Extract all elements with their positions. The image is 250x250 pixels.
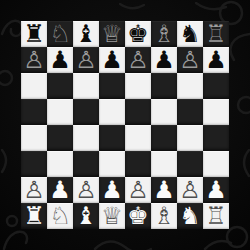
black-rook[interactable]: ♖ xyxy=(205,21,227,47)
square-f7[interactable]: ♟ xyxy=(151,47,177,73)
black-knight[interactable]: ♞ xyxy=(179,21,201,47)
square-h5[interactable] xyxy=(203,99,229,125)
square-h8[interactable]: ♖ xyxy=(203,21,229,47)
chess-board: ♜♘♝♕♚♗♞♖♙♟♙♟♙♟♙♟♙♟♙♟♙♟♙♟♜♘♝♕♚♗♞♖ xyxy=(21,21,229,229)
square-f3[interactable] xyxy=(151,151,177,177)
white-knight[interactable]: ♞ xyxy=(179,203,201,229)
square-f1[interactable]: ♗ xyxy=(151,203,177,229)
white-pawn[interactable]: ♙ xyxy=(23,177,45,203)
square-a3[interactable] xyxy=(21,151,47,177)
square-f8[interactable]: ♗ xyxy=(151,21,177,47)
square-b2[interactable]: ♟ xyxy=(47,177,73,203)
square-c8[interactable]: ♝ xyxy=(73,21,99,47)
square-d2[interactable]: ♟ xyxy=(99,177,125,203)
square-c6[interactable] xyxy=(73,73,99,99)
square-a2[interactable]: ♙ xyxy=(21,177,47,203)
square-a6[interactable] xyxy=(21,73,47,99)
square-b8[interactable]: ♘ xyxy=(47,21,73,47)
square-g1[interactable]: ♞ xyxy=(177,203,203,229)
white-bishop[interactable]: ♝ xyxy=(75,203,97,229)
square-e4[interactable] xyxy=(125,125,151,151)
square-f5[interactable] xyxy=(151,99,177,125)
square-a5[interactable] xyxy=(21,99,47,125)
square-b4[interactable] xyxy=(47,125,73,151)
square-d4[interactable] xyxy=(99,125,125,151)
square-e6[interactable] xyxy=(125,73,151,99)
square-g6[interactable] xyxy=(177,73,203,99)
black-knight[interactable]: ♘ xyxy=(49,21,71,47)
black-queen[interactable]: ♕ xyxy=(101,21,123,47)
square-g7[interactable]: ♙ xyxy=(177,47,203,73)
black-pawn[interactable]: ♟ xyxy=(49,47,71,73)
square-a7[interactable]: ♙ xyxy=(21,47,47,73)
square-d3[interactable] xyxy=(99,151,125,177)
square-e8[interactable]: ♚ xyxy=(125,21,151,47)
black-pawn[interactable]: ♟ xyxy=(101,47,123,73)
square-a8[interactable]: ♜ xyxy=(21,21,47,47)
chess-scene: ♜♘♝♕♚♗♞♖♙♟♙♟♙♟♙♟♙♟♙♟♙♟♙♟♜♘♝♕♚♗♞♖ xyxy=(0,0,250,250)
square-g3[interactable] xyxy=(177,151,203,177)
square-f6[interactable] xyxy=(151,73,177,99)
white-pawn[interactable]: ♟ xyxy=(101,177,123,203)
black-king[interactable]: ♚ xyxy=(127,21,149,47)
square-b7[interactable]: ♟ xyxy=(47,47,73,73)
white-rook[interactable]: ♖ xyxy=(205,203,227,229)
square-h7[interactable]: ♟ xyxy=(203,47,229,73)
black-pawn[interactable]: ♟ xyxy=(205,47,227,73)
square-d6[interactable] xyxy=(99,73,125,99)
black-bishop[interactable]: ♗ xyxy=(153,21,175,47)
square-d7[interactable]: ♟ xyxy=(99,47,125,73)
square-d1[interactable]: ♕ xyxy=(99,203,125,229)
square-a1[interactable]: ♜ xyxy=(21,203,47,229)
square-g4[interactable] xyxy=(177,125,203,151)
square-f4[interactable] xyxy=(151,125,177,151)
square-h6[interactable] xyxy=(203,73,229,99)
square-c4[interactable] xyxy=(73,125,99,151)
black-pawn[interactable]: ♙ xyxy=(23,47,45,73)
white-pawn[interactable]: ♙ xyxy=(179,177,201,203)
square-b6[interactable] xyxy=(47,73,73,99)
square-g8[interactable]: ♞ xyxy=(177,21,203,47)
white-pawn[interactable]: ♙ xyxy=(127,177,149,203)
white-rook[interactable]: ♜ xyxy=(23,203,45,229)
white-knight[interactable]: ♘ xyxy=(49,203,71,229)
black-pawn[interactable]: ♙ xyxy=(179,47,201,73)
square-d8[interactable]: ♕ xyxy=(99,21,125,47)
white-pawn[interactable]: ♙ xyxy=(75,177,97,203)
square-h2[interactable]: ♟ xyxy=(203,177,229,203)
square-e5[interactable] xyxy=(125,99,151,125)
square-b3[interactable] xyxy=(47,151,73,177)
square-g2[interactable]: ♙ xyxy=(177,177,203,203)
square-h1[interactable]: ♖ xyxy=(203,203,229,229)
square-a4[interactable] xyxy=(21,125,47,151)
square-c3[interactable] xyxy=(73,151,99,177)
white-bishop[interactable]: ♗ xyxy=(153,203,175,229)
square-e2[interactable]: ♙ xyxy=(125,177,151,203)
square-d5[interactable] xyxy=(99,99,125,125)
square-c1[interactable]: ♝ xyxy=(73,203,99,229)
square-h4[interactable] xyxy=(203,125,229,151)
black-pawn[interactable]: ♙ xyxy=(127,47,149,73)
square-b5[interactable] xyxy=(47,99,73,125)
square-b1[interactable]: ♘ xyxy=(47,203,73,229)
black-pawn[interactable]: ♙ xyxy=(75,47,97,73)
black-pawn[interactable]: ♟ xyxy=(153,47,175,73)
square-f2[interactable]: ♟ xyxy=(151,177,177,203)
square-c5[interactable] xyxy=(73,99,99,125)
square-e1[interactable]: ♚ xyxy=(125,203,151,229)
white-pawn[interactable]: ♟ xyxy=(49,177,71,203)
square-g5[interactable] xyxy=(177,99,203,125)
white-pawn[interactable]: ♟ xyxy=(205,177,227,203)
white-queen[interactable]: ♕ xyxy=(101,203,123,229)
black-bishop[interactable]: ♝ xyxy=(75,21,97,47)
white-king[interactable]: ♚ xyxy=(127,203,149,229)
white-pawn[interactable]: ♟ xyxy=(153,177,175,203)
square-c7[interactable]: ♙ xyxy=(73,47,99,73)
square-c2[interactable]: ♙ xyxy=(73,177,99,203)
square-e7[interactable]: ♙ xyxy=(125,47,151,73)
square-h3[interactable] xyxy=(203,151,229,177)
square-e3[interactable] xyxy=(125,151,151,177)
black-rook[interactable]: ♜ xyxy=(23,21,45,47)
